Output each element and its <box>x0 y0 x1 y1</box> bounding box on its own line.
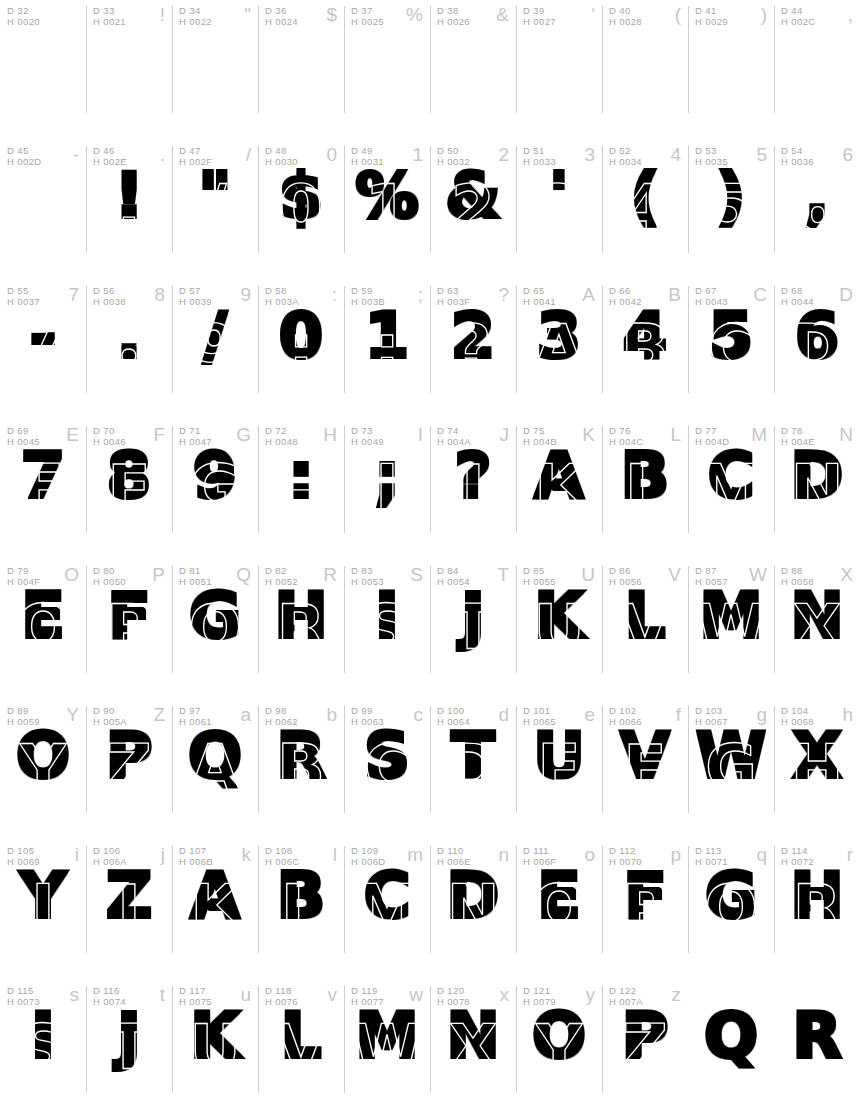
font-glyph-inline-highlight: D <box>774 316 860 382</box>
glyph-cell: D 114 H 0072 r R R <box>774 840 860 980</box>
font-glyph: U U <box>172 1016 258 1082</box>
char-codes: D 54 H 0036 <box>781 146 814 167</box>
glyph-row: D 45 H 002D - - - D 46 H 002E . . . D 47… <box>0 140 860 280</box>
decimal-code-label: D 79 <box>7 566 41 577</box>
decimal-code-label: D 51 <box>523 146 556 157</box>
hex-code-label: H 0035 <box>695 157 728 168</box>
glyph-cell: D 75 H 004B K K K <box>516 420 602 560</box>
font-glyph: ' ' <box>516 36 602 102</box>
font-glyph: S S <box>0 1016 86 1082</box>
glyph-cell: D 49 H 0031 1 1 1 <box>344 140 430 280</box>
decimal-code-label: D 114 <box>781 846 814 857</box>
hex-code-label: H 0069 <box>7 857 40 868</box>
hex-code-label: H 0029 <box>695 17 728 28</box>
font-glyph-inline-highlight: J <box>86 876 172 942</box>
font-glyph: B B <box>602 316 688 382</box>
reference-char: p <box>670 844 681 866</box>
reference-char: S <box>410 564 423 586</box>
decimal-code-label: D 121 <box>523 986 556 997</box>
font-glyph: Y Y <box>0 736 86 802</box>
char-codes: D 111 H 006F <box>523 846 557 867</box>
font-glyph-inline-highlight: , <box>774 36 860 102</box>
glyph-cell: D 105 H 0069 i I I <box>0 840 86 980</box>
font-glyph-inline-highlight: M <box>344 876 430 942</box>
char-codes: D 75 H 004B <box>523 426 557 447</box>
glyph-cell: D 79 H 004F O O O <box>0 560 86 700</box>
hex-code-label: H 0067 <box>695 717 728 728</box>
font-glyph: & & <box>430 36 516 102</box>
reference-char: 0 <box>326 144 337 166</box>
font-glyph-inline-highlight: F <box>602 736 688 802</box>
char-codes: D 109 H 006D <box>351 846 386 867</box>
reference-char: l <box>333 844 337 866</box>
decimal-code-label: D 109 <box>351 846 386 857</box>
decimal-code-label: D 102 <box>609 706 642 717</box>
decimal-code-label: D 69 <box>7 426 40 437</box>
decimal-code-label: D 78 <box>781 426 815 437</box>
hex-code-label: H 0021 <box>93 17 126 28</box>
glyph-cell: D 69 H 0045 E E E <box>0 420 86 560</box>
char-codes: D 105 H 0069 <box>7 846 40 867</box>
reference-char: K <box>582 424 595 446</box>
decimal-code-label: D 70 <box>93 426 126 437</box>
char-codes: D 89 H 0059 <box>7 706 40 727</box>
glyph-cell: D 120 H 0078 x X X <box>430 980 516 1120</box>
decimal-code-label: D 90 <box>93 706 127 717</box>
char-codes: D 104 H 0068 <box>781 706 814 727</box>
font-glyph: 8 8 <box>86 316 172 382</box>
char-codes: D 87 H 0057 <box>695 566 728 587</box>
font-glyph: O O <box>0 596 86 662</box>
font-glyph-inline-highlight: U <box>172 1016 258 1082</box>
reference-char: 5 <box>756 144 767 166</box>
glyph-cell: D 107 H 006B k K K <box>172 840 258 980</box>
font-glyph: K K <box>172 876 258 942</box>
font-glyph: Z Z <box>602 1016 688 1082</box>
char-codes: D 80 H 0050 <box>93 566 126 587</box>
char-codes: D 46 H 002E <box>93 146 127 167</box>
char-codes: D 37 H 0025 <box>351 6 384 27</box>
font-glyph: T T <box>430 596 516 662</box>
decimal-code-label: D 40 <box>609 6 642 17</box>
glyph-cell: D 33 H 0021 ! ! ! <box>86 0 172 140</box>
font-glyph-inline-highlight: K <box>172 876 258 942</box>
decimal-code-label: D 38 <box>437 6 470 17</box>
font-glyph: J J <box>430 456 516 522</box>
font-glyph-inline-highlight: X <box>774 596 860 662</box>
font-glyph: W W <box>344 1016 430 1082</box>
font-glyph: , , <box>774 36 860 102</box>
font-glyph: ; ; <box>344 316 430 382</box>
char-codes: D 74 H 004A <box>437 426 471 447</box>
hex-code-label: H 0031 <box>351 157 384 168</box>
hex-code-label: H 004E <box>781 437 815 448</box>
reference-char: A <box>582 284 595 306</box>
font-glyph-inline-highlight: 7 <box>0 316 86 382</box>
decimal-code-label: D 82 <box>265 566 298 577</box>
glyph-cell: D 74 H 004A J J J <box>430 420 516 560</box>
hex-code-label: H 0032 <box>437 157 470 168</box>
reference-char: n <box>498 844 509 866</box>
font-glyph-inline-highlight: L <box>258 876 344 942</box>
hex-code-label: H 0059 <box>7 717 40 728</box>
char-codes: D 33 H 0021 <box>93 6 126 27</box>
hex-code-label: H 0071 <box>695 857 728 868</box>
font-glyph-inline-highlight: B <box>602 316 688 382</box>
font-glyph-inline-highlight: 2 <box>430 176 516 242</box>
hex-code-label: H 0034 <box>609 157 642 168</box>
font-glyph-inline-highlight: C <box>688 316 774 382</box>
char-codes: D 110 H 006E <box>437 846 471 867</box>
decimal-code-label: D 99 <box>351 706 384 717</box>
font-glyph: ) ) <box>688 36 774 102</box>
glyph-cell: D 122 H 007A z Z Z <box>602 980 688 1120</box>
glyph-cell: D 89 H 0059 Y Y Y <box>0 700 86 840</box>
hex-code-label: H 002E <box>93 157 127 168</box>
glyph-cell: D 39 H 0027 ' ' ' <box>516 0 602 140</box>
glyph-cell: D 80 H 0050 P P P <box>86 560 172 700</box>
decimal-code-label: D 46 <box>93 146 127 157</box>
font-glyph: U U <box>516 596 602 662</box>
font-glyph: L L <box>602 456 688 522</box>
font-glyph: R R <box>774 876 860 942</box>
font-glyph-inline-highlight: O <box>516 876 602 942</box>
hex-code-label: H 0065 <box>523 717 556 728</box>
font-glyph-inline-highlight: % <box>344 36 430 102</box>
glyph-cell: D 106 H 006A j J J <box>86 840 172 980</box>
reference-char: : <box>332 284 337 306</box>
hex-code-label: H 0056 <box>609 577 642 588</box>
font-glyph-inline-highlight: 9 <box>172 316 258 382</box>
char-codes: D 49 H 0031 <box>351 146 384 167</box>
reference-char: $ <box>326 4 337 26</box>
char-codes: D 100 H 0064 <box>437 706 470 727</box>
glyph-cell: D 52 H 0034 4 4 4 <box>602 140 688 280</box>
hex-code-label: H 003F <box>437 297 471 308</box>
char-codes: D 78 H 004E <box>781 426 815 447</box>
hex-code-label: H 0079 <box>523 997 556 1008</box>
font-glyph-inline-highlight: 1 <box>344 176 430 242</box>
char-codes: D 86 H 0056 <box>609 566 642 587</box>
glyph-cell: D 77 H 004D M M M <box>688 420 774 560</box>
hex-code-label: H 002C <box>781 17 816 28</box>
decimal-code-label: D 37 <box>351 6 384 17</box>
glyph-cell: D 72 H 0048 H H H <box>258 420 344 560</box>
decimal-code-label: D 119 <box>351 986 384 997</box>
font-glyph: " " <box>172 36 258 102</box>
char-codes: D 65 H 0041 <box>523 286 556 307</box>
font-glyph-inline-highlight: 0 <box>258 176 344 242</box>
decimal-code-label: D 39 <box>523 6 556 17</box>
decimal-code-label: D 75 <box>523 426 557 437</box>
font-glyph-inline-highlight: B <box>258 736 344 802</box>
reference-char: y <box>586 984 596 1006</box>
font-glyph: 4 4 <box>602 176 688 242</box>
reference-char: P <box>152 564 165 586</box>
reference-char: m <box>407 844 423 866</box>
char-codes: D 50 H 0032 <box>437 146 470 167</box>
glyph-cell: D 32 H 0020 <box>0 0 86 140</box>
font-glyph-inline-highlight: O <box>0 596 86 662</box>
hex-code-label: H 006F <box>523 857 557 868</box>
decimal-code-label: D 66 <box>609 286 642 297</box>
font-glyph: F F <box>86 456 172 522</box>
font-glyph: 3 3 <box>516 176 602 242</box>
hex-code-label: H 004D <box>695 437 730 448</box>
decimal-code-label: D 33 <box>93 6 126 17</box>
reference-char: C <box>753 284 767 306</box>
char-codes: D 90 H 005A <box>93 706 127 727</box>
hex-code-label: H 0049 <box>351 437 384 448</box>
font-glyph-inline-highlight: E <box>516 736 602 802</box>
decimal-code-label: D 103 <box>695 706 728 717</box>
font-glyph-inline-highlight: . <box>86 176 172 242</box>
char-codes: D 103 H 0067 <box>695 706 728 727</box>
font-glyph-inline-highlight: ; <box>344 316 430 382</box>
char-codes: D 76 H 004C <box>609 426 644 447</box>
reference-char: ' <box>591 4 595 26</box>
font-glyph-inline-highlight: E <box>0 456 86 522</box>
font-glyph-inline-highlight: K <box>516 456 602 522</box>
glyph-row: D 79 H 004F O O O D 80 H 0050 P P P D 81… <box>0 560 860 700</box>
hex-code-label: H 0041 <box>523 297 556 308</box>
glyph-cell: D 103 H 0067 g G G <box>688 700 774 840</box>
char-codes: D 66 H 0042 <box>609 286 642 307</box>
hex-code-label: H 0038 <box>93 297 126 308</box>
reference-char: b <box>326 704 337 726</box>
reference-char: M <box>751 424 767 446</box>
decimal-code-label: D 81 <box>179 566 212 577</box>
glyph-cell: D 41 H 0029 ) ) ) <box>688 0 774 140</box>
char-codes: D 36 H 0024 <box>265 6 298 27</box>
glyph-cell: D 67 H 0043 C C C <box>688 280 774 420</box>
font-glyph-inline-highlight: & <box>430 36 516 102</box>
font-glyph-inline-highlight: L <box>602 456 688 522</box>
glyph-cell: D 101 H 0065 e E E <box>516 700 602 840</box>
reference-char: & <box>496 4 509 26</box>
font-glyph-inline-highlight: A <box>172 736 258 802</box>
decimal-code-label: D 55 <box>7 286 40 297</box>
decimal-code-label: D 110 <box>437 846 471 857</box>
glyph-cell: D 48 H 0030 0 0 0 <box>258 140 344 280</box>
glyph-cell: D 98 H 0062 b B B <box>258 700 344 840</box>
decimal-code-label: D 84 <box>437 566 470 577</box>
reference-char: j <box>161 844 165 866</box>
reference-char: 3 <box>584 144 595 166</box>
font-glyph-inline-highlight: J <box>430 456 516 522</box>
font-glyph-inline-highlight: C <box>344 736 430 802</box>
font-glyph-inline-highlight: U <box>516 596 602 662</box>
glyph-cell: D 50 H 0032 2 2 2 <box>430 140 516 280</box>
hex-code-label: H 002D <box>7 157 42 168</box>
char-codes: D 40 H 0028 <box>609 6 642 27</box>
reference-char: H <box>323 424 337 446</box>
hex-code-label: H 0043 <box>695 297 728 308</box>
decimal-code-label: D 106 <box>93 846 127 857</box>
font-glyph: I I <box>0 876 86 942</box>
decimal-code-label: D 97 <box>179 706 212 717</box>
hex-code-label: H 0070 <box>609 857 642 868</box>
font-glyph: K K <box>516 456 602 522</box>
decimal-code-label: D 47 <box>179 146 213 157</box>
font-glyph-inline-highlight: R <box>774 876 860 942</box>
hex-code-label: H 0051 <box>179 577 212 588</box>
font-glyph: C C <box>688 316 774 382</box>
decimal-code-label: D 116 <box>93 986 126 997</box>
glyph-cell: D 111 H 006F o O O <box>516 840 602 980</box>
decimal-code-label: D 88 <box>781 566 814 577</box>
font-glyph-inline-highlight: X <box>430 1016 516 1082</box>
hex-code-label: H 0044 <box>781 297 814 308</box>
font-glyph-inline-highlight: Z <box>86 736 172 802</box>
glyph-cell: D 100 H 0064 d D D <box>430 700 516 840</box>
font-glyph-inline-highlight: " <box>172 36 258 102</box>
font-glyph: 7 7 <box>0 316 86 382</box>
char-codes: D 56 H 0038 <box>93 286 126 307</box>
hex-code-label: H 0063 <box>351 717 384 728</box>
decimal-code-label: D 63 <box>437 286 471 297</box>
reference-char: 7 <box>68 284 79 306</box>
reference-char: R <box>323 564 337 586</box>
font-glyph: S S <box>344 596 430 662</box>
reference-char: / <box>246 144 251 166</box>
reference-char: d <box>498 704 509 726</box>
char-codes: D 52 H 0034 <box>609 146 642 167</box>
hex-code-label: H 006D <box>351 857 386 868</box>
font-glyph-inline-highlight: 5 <box>688 176 774 242</box>
font-glyph-inline-highlight: V <box>602 596 688 662</box>
decimal-code-label: D 85 <box>523 566 556 577</box>
font-glyph-inline-highlight: H <box>258 456 344 522</box>
char-codes: D 69 H 0045 <box>7 426 40 447</box>
font-glyph: 9 9 <box>172 316 258 382</box>
reference-char: k <box>242 844 252 866</box>
decimal-code-label: D 108 <box>265 846 300 857</box>
reference-char: e <box>584 704 595 726</box>
font-glyph: V V <box>602 596 688 662</box>
decimal-code-label: D 72 <box>265 426 298 437</box>
glyph-cell: D 119 H 0077 w W W <box>344 980 430 1120</box>
hex-code-label: H 0068 <box>781 717 814 728</box>
font-glyph-inline-highlight: V <box>258 1016 344 1082</box>
reference-char: F <box>153 424 165 446</box>
font-glyph: 6 6 <box>774 176 860 242</box>
font-glyph: H H <box>774 736 860 802</box>
hex-code-label: H 0027 <box>523 17 556 28</box>
font-glyph-inline-highlight: ' <box>516 36 602 102</box>
reference-char: G <box>236 424 251 446</box>
font-glyph: E E <box>516 736 602 802</box>
reference-char: g <box>756 704 767 726</box>
hex-code-label: H 0072 <box>781 857 814 868</box>
glyph-cell: D 63 H 003F ? ? ? <box>430 280 516 420</box>
glyph-cell: D 86 H 0056 V V V <box>602 560 688 700</box>
decimal-code-label: D 53 <box>695 146 728 157</box>
reference-char: c <box>414 704 424 726</box>
char-codes: D 47 H 002F <box>179 146 213 167</box>
char-codes: D 88 H 0058 <box>781 566 814 587</box>
reference-char: . <box>160 144 165 166</box>
glyph-cell: D 76 H 004C L L L <box>602 420 688 560</box>
char-codes: D 122 H 007A <box>609 986 643 1007</box>
decimal-code-label: D 49 <box>351 146 384 157</box>
glyph-cell: D 65 H 0041 A A A <box>516 280 602 420</box>
hex-code-label: H 0020 <box>7 17 40 28</box>
reference-char: x <box>500 984 510 1006</box>
hex-code-label: H 006B <box>179 857 213 868</box>
glyph-cell: D 110 H 006E n N N <box>430 840 516 980</box>
char-codes: D 118 H 0076 <box>265 986 298 1007</box>
char-codes: D 59 H 003B <box>351 286 385 307</box>
decimal-code-label: D 45 <box>7 146 42 157</box>
font-glyph-inline-highlight: D <box>430 736 516 802</box>
hex-code-label: H 006E <box>437 857 471 868</box>
decimal-code-label: D 118 <box>265 986 298 997</box>
hex-code-label: H 0046 <box>93 437 126 448</box>
font-glyph-inline-highlight: M <box>688 456 774 522</box>
font-glyph: G G <box>688 736 774 802</box>
decimal-code-label: D 65 <box>523 286 556 297</box>
char-codes: D 119 H 0077 <box>351 986 384 1007</box>
char-codes: D 41 H 0029 <box>695 6 728 27</box>
font-glyph: F F <box>602 736 688 802</box>
font-glyph: . . <box>86 176 172 242</box>
hex-code-label: H 004A <box>437 437 471 448</box>
font-glyph: Q Q <box>688 876 774 942</box>
reference-char: i <box>75 844 79 866</box>
glyph-cell: D 68 H 0044 D D D <box>774 280 860 420</box>
reference-char: ) <box>761 4 767 26</box>
font-glyph-inline-highlight: W <box>344 1016 430 1082</box>
glyph-cell: D 47 H 002F / / / <box>172 140 258 280</box>
glyph-cell: D 36 H 0024 $ $ $ <box>258 0 344 140</box>
glyph-row: D 89 H 0059 Y Y Y D 90 H 005A Z Z Z D 97… <box>0 700 860 840</box>
font-glyph: Y Y <box>516 1016 602 1082</box>
hex-code-label: H 0064 <box>437 717 470 728</box>
hex-code-label: H 005A <box>93 717 127 728</box>
char-codes: D 48 H 0030 <box>265 146 298 167</box>
char-codes: D 85 H 0055 <box>523 566 556 587</box>
glyph-cell: D 66 H 0042 B B B <box>602 280 688 420</box>
char-codes: D 77 H 004D <box>695 426 730 447</box>
reference-char: Y <box>66 704 79 726</box>
reference-char: s <box>70 984 80 1006</box>
reference-char: z <box>672 984 682 1006</box>
hex-code-label: H 0039 <box>179 297 212 308</box>
font-glyph-inline-highlight: Y <box>0 736 86 802</box>
font-glyph-inline-highlight <box>0 36 86 102</box>
glyph-cell: D 104 H 0068 h H H <box>774 700 860 840</box>
font-glyph: G G <box>172 456 258 522</box>
font-glyph: N N <box>430 876 516 942</box>
hex-code-label: H 007A <box>609 997 643 1008</box>
reference-char: " <box>244 4 251 26</box>
glyph-cell: D 117 H 0075 u U U <box>172 980 258 1120</box>
char-codes: D 39 H 0027 <box>523 6 556 27</box>
glyph-cell: D 87 H 0057 W W W <box>688 560 774 700</box>
reference-char: r <box>847 844 853 866</box>
char-codes: D 115 H 0073 <box>7 986 40 1007</box>
char-codes: D 51 H 0033 <box>523 146 556 167</box>
char-codes: D 38 H 0026 <box>437 6 470 27</box>
char-codes: D 120 H 0078 <box>437 986 470 1007</box>
glyph-cell: D 102 H 0066 f F F <box>602 700 688 840</box>
glyph-row: D 32 H 0020 D 33 H 0021 ! ! ! D 34 H 002… <box>0 0 860 140</box>
font-glyph-inline-highlight: F <box>86 456 172 522</box>
font-glyph: ! ! <box>86 36 172 102</box>
char-codes: D 67 H 0043 <box>695 286 728 307</box>
hex-code-label: H 004C <box>609 437 644 448</box>
